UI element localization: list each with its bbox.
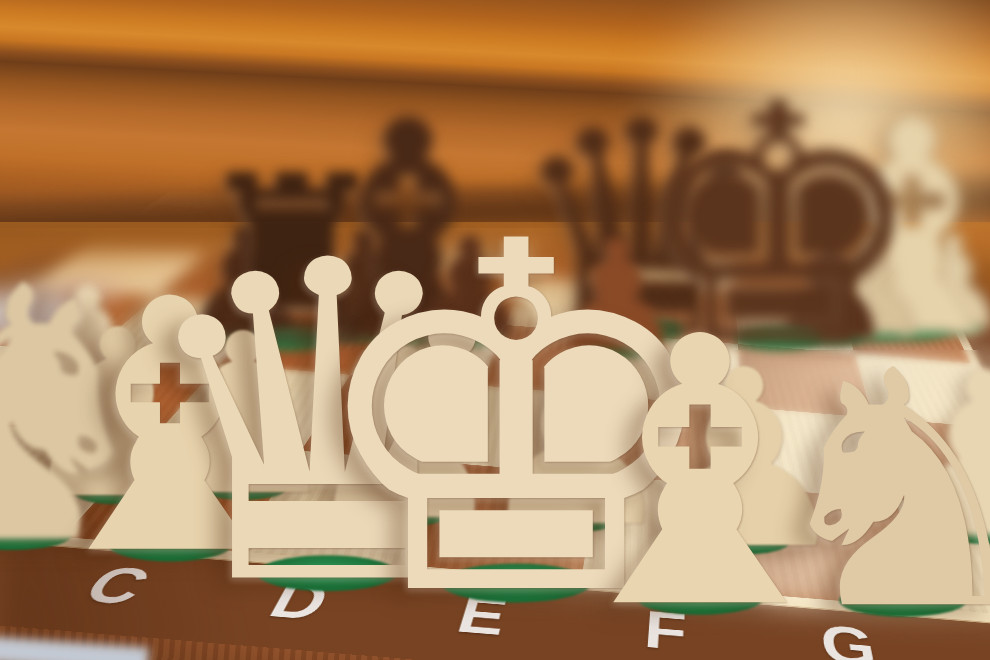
piece-white-knight-g1[interactable]: ♞ bbox=[757, 328, 990, 654]
pieces-layer: ♟♜♟♝♟♟♛♚♟♟♝♟♟♞♟♝♟♛♟♚♟♝♟♞♟ bbox=[0, 0, 990, 660]
chessboard-photo-scene: ABCDEFGH ♟♜♟♝♟♟♛♚♟♟♝♟♟♞♟♝♟♛♟♚♟♝♟♞♟ bbox=[0, 0, 990, 660]
